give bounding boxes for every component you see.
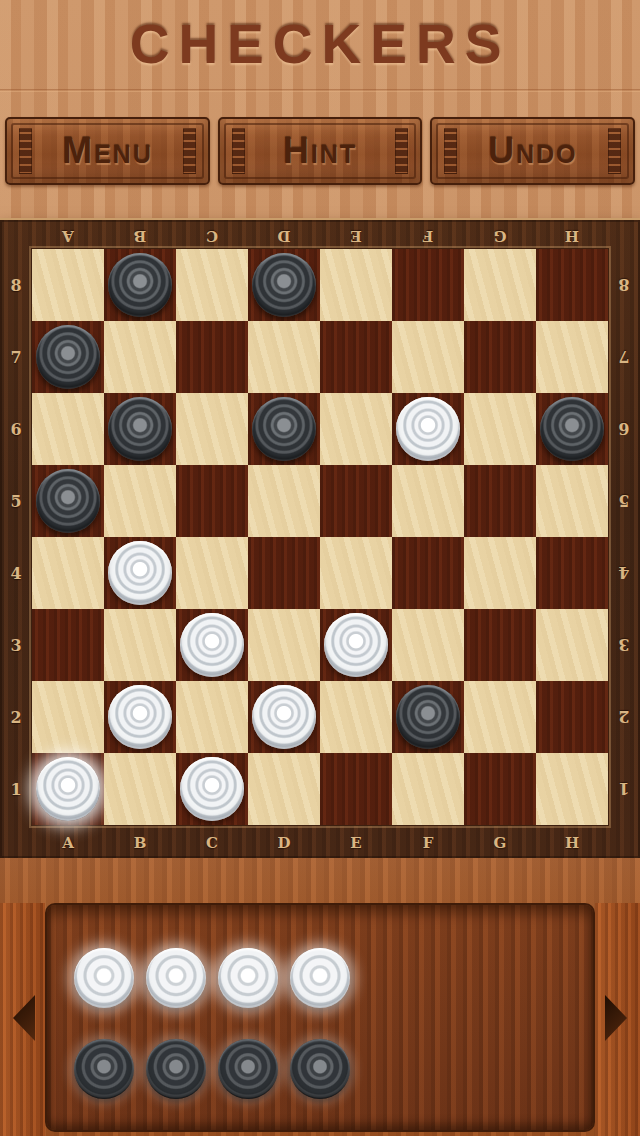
rank-labels-left: 87654321 xyxy=(0,249,32,825)
coordinate-label-2: 2 xyxy=(608,681,640,753)
file-labels-top: ABCDEFGH xyxy=(32,224,608,248)
coordinate-label-e: E xyxy=(320,224,392,248)
square-g5[interactable] xyxy=(464,465,536,537)
coordinate-label-4: 4 xyxy=(608,537,640,609)
coordinate-label-d: D xyxy=(248,829,320,857)
square-f7[interactable] xyxy=(392,321,464,393)
coordinate-label-7: 7 xyxy=(608,321,640,393)
square-c7[interactable] xyxy=(176,321,248,393)
square-b2[interactable] xyxy=(104,681,176,753)
square-g3[interactable] xyxy=(464,609,536,681)
square-a3[interactable] xyxy=(32,609,104,681)
square-f6[interactable] xyxy=(392,393,464,465)
square-d8[interactable] xyxy=(248,249,320,321)
square-f8[interactable] xyxy=(392,249,464,321)
square-b6[interactable] xyxy=(104,393,176,465)
white-piece-f6[interactable] xyxy=(396,397,460,461)
square-f5[interactable] xyxy=(392,465,464,537)
coordinate-label-2: 2 xyxy=(0,681,32,753)
square-h1[interactable] xyxy=(536,753,608,825)
button-ornament xyxy=(608,128,621,174)
square-h4[interactable] xyxy=(536,537,608,609)
square-d5[interactable] xyxy=(248,465,320,537)
coordinate-label-g: G xyxy=(464,224,536,248)
square-d7[interactable] xyxy=(248,321,320,393)
captured-black-piece xyxy=(290,1039,350,1099)
square-e2[interactable] xyxy=(320,681,392,753)
coordinate-label-f: F xyxy=(392,829,464,857)
square-b1[interactable] xyxy=(104,753,176,825)
file-labels-bottom: ABCDEFGH xyxy=(32,829,608,857)
coordinate-label-8: 8 xyxy=(0,249,32,321)
square-b7[interactable] xyxy=(104,321,176,393)
square-d2[interactable] xyxy=(248,681,320,753)
square-e6[interactable] xyxy=(320,393,392,465)
square-g1[interactable] xyxy=(464,753,536,825)
coordinate-label-h: H xyxy=(536,829,608,857)
captured-black-piece xyxy=(146,1039,206,1099)
white-piece-b2[interactable] xyxy=(108,685,172,749)
undo-button[interactable]: Undo xyxy=(430,117,635,185)
button-ornament xyxy=(183,128,196,174)
coordinate-label-d: D xyxy=(248,224,320,248)
coordinate-label-1: 1 xyxy=(0,753,32,825)
square-h7[interactable] xyxy=(536,321,608,393)
coordinate-label-7: 7 xyxy=(0,321,32,393)
white-piece-a1[interactable] xyxy=(36,757,100,821)
captured-white-piece xyxy=(74,948,134,1008)
white-piece-c3[interactable] xyxy=(180,613,244,677)
square-b8[interactable] xyxy=(104,249,176,321)
coordinate-label-8: 8 xyxy=(608,249,640,321)
black-piece-d8[interactable] xyxy=(252,253,316,317)
coordinate-label-3: 3 xyxy=(0,609,32,681)
square-a6[interactable] xyxy=(32,393,104,465)
black-piece-a7[interactable] xyxy=(36,325,100,389)
white-piece-d2[interactable] xyxy=(252,685,316,749)
square-h6[interactable] xyxy=(536,393,608,465)
coordinate-label-b: B xyxy=(104,224,176,248)
menu-button[interactable]: Menu xyxy=(5,117,210,185)
checkers-app: CHECKERS Menu Hint Undo ABCDEFGH 8765432… xyxy=(0,0,640,1136)
white-piece-c1[interactable] xyxy=(180,757,244,821)
square-a2[interactable] xyxy=(32,681,104,753)
square-b5[interactable] xyxy=(104,465,176,537)
coordinate-label-c: C xyxy=(176,224,248,248)
menu-button-label: Menu xyxy=(62,130,153,172)
board-grid xyxy=(32,249,608,825)
coordinate-label-6: 6 xyxy=(608,393,640,465)
square-e4[interactable] xyxy=(320,537,392,609)
coordinate-label-6: 6 xyxy=(0,393,32,465)
square-a5[interactable] xyxy=(32,465,104,537)
square-g2[interactable] xyxy=(464,681,536,753)
coordinate-label-c: C xyxy=(176,829,248,857)
square-f4[interactable] xyxy=(392,537,464,609)
black-piece-d6[interactable] xyxy=(252,397,316,461)
coordinate-label-3: 3 xyxy=(608,609,640,681)
square-f2[interactable] xyxy=(392,681,464,753)
square-f3[interactable] xyxy=(392,609,464,681)
coordinate-label-f: F xyxy=(392,224,464,248)
captured-black-piece xyxy=(74,1039,134,1099)
square-c4[interactable] xyxy=(176,537,248,609)
coordinate-label-a: A xyxy=(32,224,104,248)
square-a1[interactable] xyxy=(32,753,104,825)
black-piece-b8[interactable] xyxy=(108,253,172,317)
black-piece-h6[interactable] xyxy=(540,397,604,461)
white-piece-e3[interactable] xyxy=(324,613,388,677)
coordinate-label-5: 5 xyxy=(0,465,32,537)
square-d3[interactable] xyxy=(248,609,320,681)
square-g7[interactable] xyxy=(464,321,536,393)
button-ornament xyxy=(395,128,408,174)
button-ornament xyxy=(232,128,245,174)
captured-white-piece xyxy=(290,948,350,1008)
square-e5[interactable] xyxy=(320,465,392,537)
square-e1[interactable] xyxy=(320,753,392,825)
square-b3[interactable] xyxy=(104,609,176,681)
square-c6[interactable] xyxy=(176,393,248,465)
square-e7[interactable] xyxy=(320,321,392,393)
square-g8[interactable] xyxy=(464,249,536,321)
coordinate-label-5: 5 xyxy=(608,465,640,537)
square-a4[interactable] xyxy=(32,537,104,609)
board-frame: ABCDEFGH 87654321 87654321 ABCDEFGH xyxy=(0,218,640,858)
square-d4[interactable] xyxy=(248,537,320,609)
captured-white-piece xyxy=(146,948,206,1008)
captured-tray xyxy=(0,903,640,1136)
coordinate-label-4: 4 xyxy=(0,537,32,609)
coordinate-label-a: A xyxy=(32,829,104,857)
square-c5[interactable] xyxy=(176,465,248,537)
square-h5[interactable] xyxy=(536,465,608,537)
square-h3[interactable] xyxy=(536,609,608,681)
hint-button-label: Hint xyxy=(283,130,357,172)
rank-labels-right: 87654321 xyxy=(608,249,640,825)
black-piece-f2[interactable] xyxy=(396,685,460,749)
header-divider xyxy=(0,89,640,92)
app-title: CHECKERS xyxy=(0,12,640,76)
coordinate-label-b: B xyxy=(104,829,176,857)
button-ornament xyxy=(19,128,32,174)
square-c8[interactable] xyxy=(176,249,248,321)
coordinate-label-g: G xyxy=(464,829,536,857)
captured-black-piece xyxy=(218,1039,278,1099)
square-a7[interactable] xyxy=(32,321,104,393)
square-e3[interactable] xyxy=(320,609,392,681)
toolbar: Menu Hint Undo xyxy=(0,117,640,185)
undo-button-label: Undo xyxy=(488,130,578,172)
square-e8[interactable] xyxy=(320,249,392,321)
square-h2[interactable] xyxy=(536,681,608,753)
captured-white-piece xyxy=(218,948,278,1008)
square-g6[interactable] xyxy=(464,393,536,465)
square-f1[interactable] xyxy=(392,753,464,825)
square-d6[interactable] xyxy=(248,393,320,465)
square-c3[interactable] xyxy=(176,609,248,681)
coordinate-label-1: 1 xyxy=(608,753,640,825)
square-b4[interactable] xyxy=(104,537,176,609)
square-g4[interactable] xyxy=(464,537,536,609)
square-c1[interactable] xyxy=(176,753,248,825)
square-h8[interactable] xyxy=(536,249,608,321)
coordinate-label-e: E xyxy=(320,829,392,857)
white-piece-b4[interactable] xyxy=(108,541,172,605)
hint-button[interactable]: Hint xyxy=(218,117,423,185)
black-piece-b6[interactable] xyxy=(108,397,172,461)
button-ornament xyxy=(444,128,457,174)
square-c2[interactable] xyxy=(176,681,248,753)
square-d1[interactable] xyxy=(248,753,320,825)
black-piece-a5[interactable] xyxy=(36,469,100,533)
square-a8[interactable] xyxy=(32,249,104,321)
coordinate-label-h: H xyxy=(536,224,608,248)
